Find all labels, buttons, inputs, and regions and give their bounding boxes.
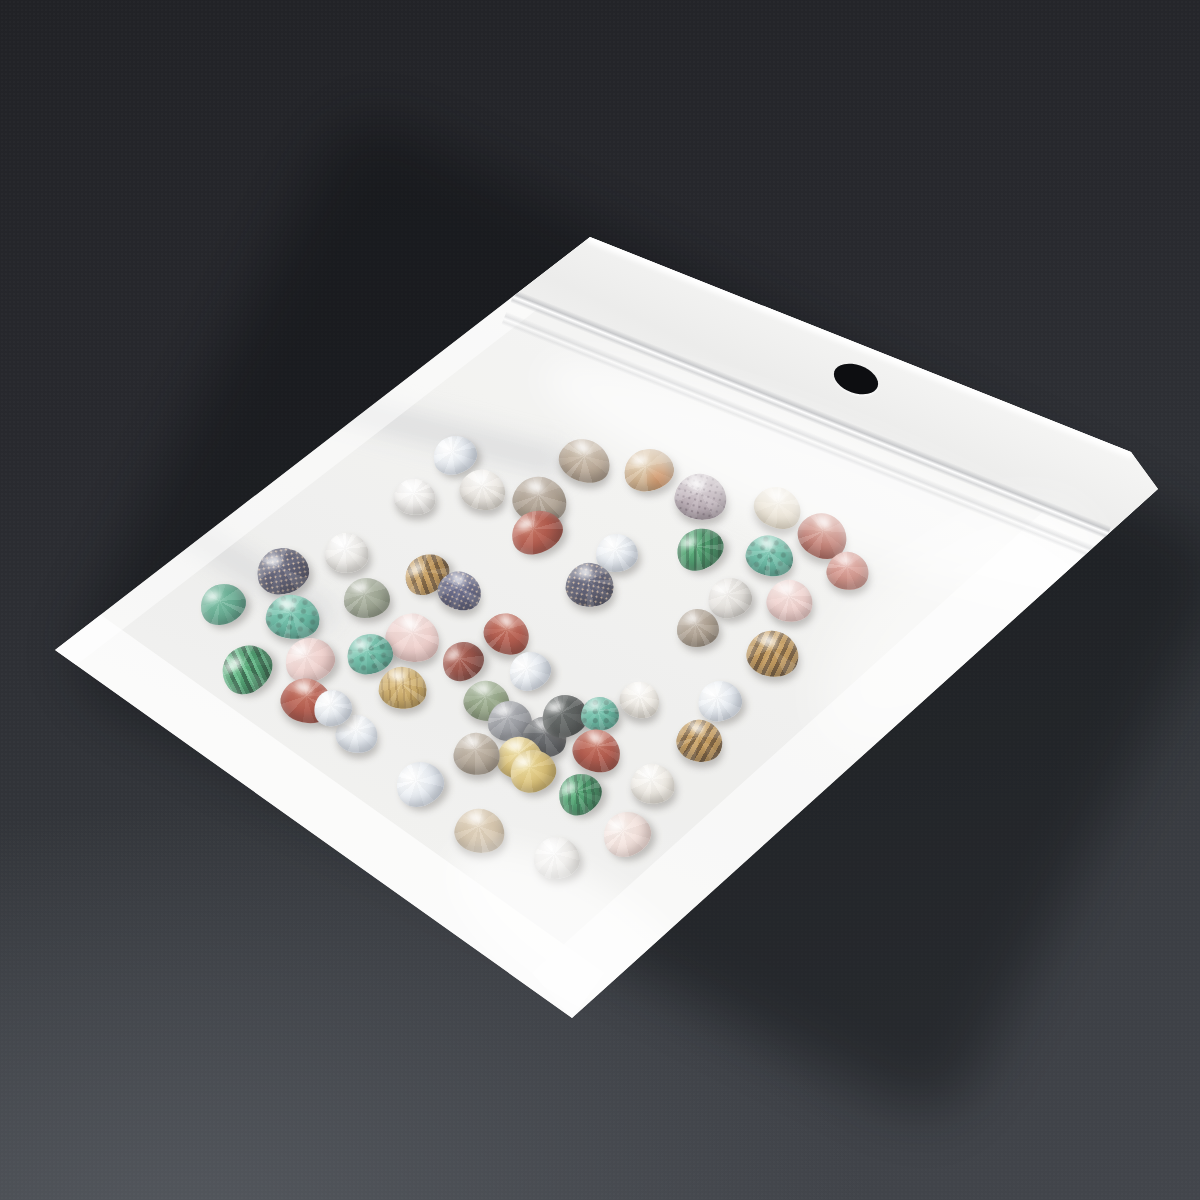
photo-stage (0, 0, 1200, 1200)
